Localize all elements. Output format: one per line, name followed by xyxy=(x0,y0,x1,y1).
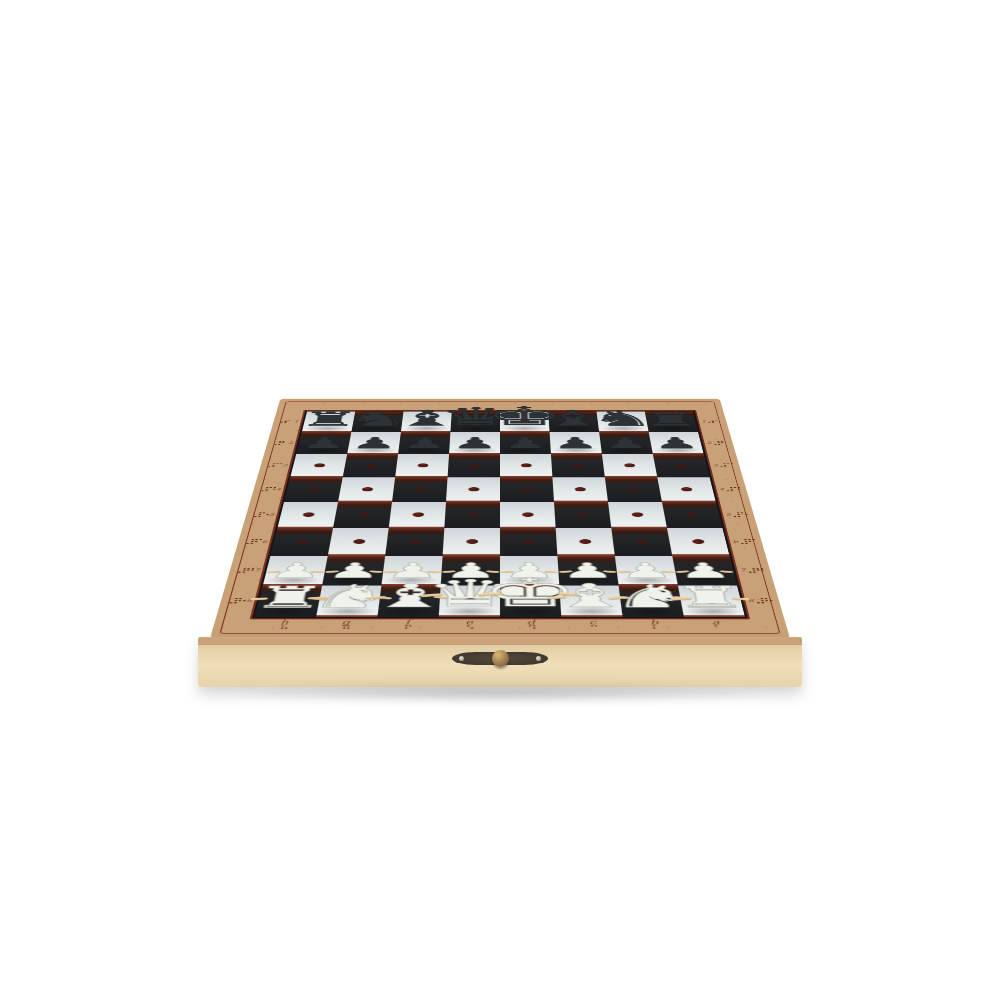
braille-rank-dots: ⠼⠉ xyxy=(266,463,282,469)
square-g8[interactable] xyxy=(316,586,381,618)
square-center-hole xyxy=(575,487,586,491)
square-center-hole xyxy=(469,464,480,468)
square-center-hole xyxy=(296,540,309,545)
square-center-hole xyxy=(404,599,417,604)
square-center-hole xyxy=(413,512,425,516)
product-photo-stage: ⠼⠁11⠼⠁⠼⠃22⠼⠃⠼⠉33⠼⠉⠼⠙44⠼⠙⠼⠑55⠼⠑⠼⠋66⠼⠋⠼⠛77… xyxy=(0,0,1000,1000)
square-c3[interactable] xyxy=(551,454,605,477)
square-b8[interactable] xyxy=(619,586,684,618)
rank-number: 3 xyxy=(282,464,287,467)
square-center-hole xyxy=(418,463,429,467)
square-center-hole xyxy=(681,487,693,491)
square-d3[interactable] xyxy=(500,454,552,477)
square-b3[interactable] xyxy=(602,454,657,477)
square-h4[interactable] xyxy=(284,477,343,502)
square-g6[interactable] xyxy=(328,528,389,556)
square-center-hole xyxy=(366,464,377,468)
square-b7[interactable] xyxy=(615,556,678,586)
latch-screw-icon xyxy=(536,656,541,661)
square-center-hole xyxy=(290,567,303,572)
square-center-hole xyxy=(415,488,426,492)
square-c8[interactable] xyxy=(559,586,622,618)
square-center-hole xyxy=(522,512,533,516)
square-f3[interactable] xyxy=(395,454,449,477)
square-center-hole xyxy=(676,464,687,468)
square-e6[interactable] xyxy=(443,528,500,556)
square-center-hole xyxy=(283,599,296,604)
square-center-hole xyxy=(362,487,373,491)
square-a3[interactable] xyxy=(653,454,710,477)
square-a8[interactable] xyxy=(678,586,745,618)
rank-label-right-3: 3⠼⠉ xyxy=(708,454,739,477)
square-c4[interactable] xyxy=(552,477,608,502)
square-b6[interactable] xyxy=(611,528,672,556)
square-d8[interactable] xyxy=(500,586,561,618)
square-g3[interactable] xyxy=(343,454,398,477)
drop-shadow xyxy=(206,684,794,702)
square-center-hole xyxy=(632,512,644,516)
square-center-hole xyxy=(645,599,658,604)
square-center-hole xyxy=(464,598,476,603)
square-f7[interactable] xyxy=(381,556,442,586)
square-center-hole xyxy=(582,568,594,573)
square-center-hole xyxy=(468,487,479,491)
square-center-hole xyxy=(465,568,477,573)
square-c6[interactable] xyxy=(556,528,615,556)
square-a4[interactable] xyxy=(657,477,716,502)
square-center-hole xyxy=(628,488,639,492)
square-center-hole xyxy=(698,568,711,573)
square-f8[interactable] xyxy=(377,586,440,618)
square-center-hole xyxy=(705,598,718,603)
square-center-hole xyxy=(314,463,325,467)
square-h7[interactable] xyxy=(263,556,328,586)
square-center-hole xyxy=(573,464,584,468)
square-center-hole xyxy=(525,599,537,604)
piece-black-rook[interactable]: ♜ xyxy=(614,409,730,429)
square-d4[interactable] xyxy=(500,477,554,502)
square-center-hole xyxy=(624,463,635,467)
square-g4[interactable] xyxy=(338,477,395,502)
piece-black-pawn[interactable]: ♟ xyxy=(617,435,735,450)
square-center-hole xyxy=(466,539,478,544)
square-h3[interactable] xyxy=(290,454,347,477)
rank-label-right-4: 4⠼⠙ xyxy=(714,477,746,502)
braille-rank-dots: ⠼⠙ xyxy=(724,487,740,493)
square-f6[interactable] xyxy=(385,528,444,556)
latch-clasp xyxy=(452,652,548,665)
square-center-hole xyxy=(523,540,535,545)
square-center-hole xyxy=(636,540,648,545)
braille-rank-dots: ⠼⠙ xyxy=(259,487,275,493)
latch-screw-icon xyxy=(459,656,464,661)
square-a7[interactable] xyxy=(672,556,737,586)
square-center-hole xyxy=(640,567,653,572)
square-center-hole xyxy=(343,598,356,603)
square-center-hole xyxy=(353,539,365,544)
braille-rank-dots: ⠼⠉ xyxy=(718,463,734,469)
square-center-hole xyxy=(579,539,591,544)
chess-board: ⠼⠁11⠼⠁⠼⠃22⠼⠃⠼⠉33⠼⠉⠼⠙44⠼⠙⠼⠑55⠼⠑⠼⠋66⠼⠋⠼⠛77… xyxy=(210,399,790,638)
square-center-hole xyxy=(410,540,422,545)
square-center-hole xyxy=(585,598,598,603)
latch-knob xyxy=(492,650,509,667)
square-b4[interactable] xyxy=(605,477,662,502)
square-center-hole xyxy=(303,512,315,516)
square-center-hole xyxy=(692,539,705,544)
square-center-hole xyxy=(407,567,419,572)
square-f4[interactable] xyxy=(392,477,448,502)
square-d6[interactable] xyxy=(500,528,557,556)
square-center-hole xyxy=(522,488,533,492)
square-center-hole xyxy=(521,463,532,467)
case-front xyxy=(198,637,802,687)
square-center-hole xyxy=(308,488,320,492)
square-e4[interactable] xyxy=(446,477,500,502)
rank-number: 3 xyxy=(713,464,718,467)
square-h8[interactable] xyxy=(255,586,322,618)
square-center-hole xyxy=(348,568,361,573)
rank-number: 4 xyxy=(276,488,282,491)
rank-number: 4 xyxy=(719,488,725,491)
square-e3[interactable] xyxy=(448,454,500,477)
square-g7[interactable] xyxy=(322,556,385,586)
square-e8[interactable] xyxy=(439,586,500,618)
square-h6[interactable] xyxy=(270,528,333,556)
square-a6[interactable] xyxy=(667,528,730,556)
